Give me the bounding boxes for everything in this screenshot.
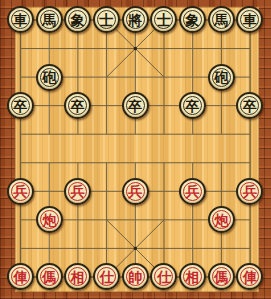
intersection-r4c3[interactable]	[92, 120, 121, 149]
intersection-r3c0[interactable]: 卒	[6, 91, 35, 120]
piece-glyph: 砲	[42, 70, 56, 84]
piece-red-cannon[interactable]: 炮	[208, 206, 235, 233]
piece-black-horse[interactable]: 馬	[36, 6, 63, 33]
intersection-r1c4[interactable]	[121, 34, 150, 63]
intersection-r7c6[interactable]	[178, 206, 207, 235]
intersection-r5c5[interactable]	[150, 148, 179, 177]
intersection-r4c7[interactable]	[207, 120, 236, 149]
piece-red-cannon[interactable]: 炮	[36, 206, 63, 233]
intersection-r1c3[interactable]	[92, 34, 121, 63]
intersection-r2c8[interactable]	[236, 63, 265, 92]
intersection-r4c4[interactable]	[121, 120, 150, 149]
piece-black-chariot[interactable]: 車	[236, 6, 263, 33]
intersection-r9c5[interactable]: 仕	[150, 263, 179, 292]
piece-red-elephant[interactable]: 相	[179, 263, 206, 290]
intersection-r8c1[interactable]	[35, 234, 64, 263]
piece-glyph: 傌	[42, 269, 56, 283]
intersection-r7c7[interactable]: 炮	[207, 206, 236, 235]
piece-glyph: 兵	[71, 184, 85, 198]
piece-red-soldier[interactable]: 兵	[7, 178, 34, 205]
intersection-r8c4[interactable]	[121, 234, 150, 263]
intersection-r0c3[interactable]: 士	[92, 6, 121, 35]
intersection-r1c8[interactable]	[236, 34, 265, 63]
piece-glyph: 士	[100, 12, 114, 26]
piece-black-advisor[interactable]: 士	[93, 6, 120, 33]
piece-black-chariot[interactable]: 車	[7, 6, 34, 33]
piece-glyph: 將	[128, 12, 142, 26]
intersection-r1c1[interactable]	[35, 34, 64, 63]
piece-black-horse[interactable]: 馬	[208, 6, 235, 33]
intersection-r8c7[interactable]	[207, 234, 236, 263]
piece-red-chariot[interactable]: 俥	[7, 263, 34, 290]
intersection-r9c7[interactable]: 傌	[207, 263, 236, 292]
piece-black-soldier[interactable]: 卒	[7, 92, 34, 119]
piece-glyph: 兵	[243, 184, 257, 198]
intersection-r5c3[interactable]	[92, 148, 121, 177]
intersection-r2c3[interactable]	[92, 63, 121, 92]
piece-black-cannon[interactable]: 砲	[36, 64, 63, 91]
piece-glyph: 相	[186, 269, 200, 283]
intersection-r4c8[interactable]	[236, 120, 265, 149]
intersection-r8c5[interactable]	[150, 234, 179, 263]
intersection-r7c5[interactable]	[150, 206, 179, 235]
intersection-r2c2[interactable]	[64, 63, 93, 92]
piece-black-soldier[interactable]: 卒	[122, 92, 149, 119]
piece-glyph: 仕	[100, 269, 114, 283]
piece-glyph: 帥	[128, 269, 142, 283]
piece-black-advisor[interactable]: 士	[150, 6, 177, 33]
intersection-r6c8[interactable]: 兵	[236, 177, 265, 206]
piece-glyph: 砲	[214, 70, 228, 84]
piece-red-horse[interactable]: 傌	[36, 263, 63, 290]
intersection-r8c8[interactable]	[236, 234, 265, 263]
intersection-r6c3[interactable]	[92, 177, 121, 206]
intersection-r3c1[interactable]	[35, 91, 64, 120]
intersection-r0c6[interactable]: 象	[178, 6, 207, 35]
piece-glyph: 相	[71, 269, 85, 283]
intersection-r6c2[interactable]: 兵	[64, 177, 93, 206]
intersection-r7c4[interactable]	[121, 206, 150, 235]
intersection-r8c3[interactable]	[92, 234, 121, 263]
intersection-r2c1[interactable]: 砲	[35, 63, 64, 92]
piece-red-soldier[interactable]: 兵	[122, 178, 149, 205]
piece-glyph: 卒	[186, 98, 200, 112]
intersection-r5c6[interactable]	[178, 148, 207, 177]
piece-glyph: 馬	[42, 12, 56, 26]
intersection-r0c8[interactable]: 車	[236, 6, 265, 35]
piece-glyph: 士	[157, 12, 171, 26]
intersection-r8c0[interactable]	[6, 234, 35, 263]
intersection-r6c6[interactable]: 兵	[178, 177, 207, 206]
piece-red-elephant[interactable]: 相	[64, 263, 91, 290]
intersection-r8c2[interactable]	[64, 234, 93, 263]
piece-black-elephant[interactable]: 象	[64, 6, 91, 33]
piece-glyph: 俥	[13, 269, 27, 283]
intersection-r9c2[interactable]: 相	[64, 263, 93, 292]
intersection-r3c3[interactable]	[92, 91, 121, 120]
intersection-r7c8[interactable]	[236, 206, 265, 235]
intersection-r9c6[interactable]: 相	[178, 263, 207, 292]
intersection-r3c4[interactable]: 卒	[121, 91, 150, 120]
intersection-r8c6[interactable]	[178, 234, 207, 263]
piece-glyph: 卒	[243, 98, 257, 112]
intersection-r4c2[interactable]	[64, 120, 93, 149]
intersection-r1c7[interactable]	[207, 34, 236, 63]
intersection-r2c0[interactable]	[6, 63, 35, 92]
intersection-r6c0[interactable]: 兵	[6, 177, 35, 206]
piece-glyph: 卒	[128, 98, 142, 112]
intersection-r9c8[interactable]: 俥	[236, 263, 265, 292]
intersection-r0c7[interactable]: 馬	[207, 6, 236, 35]
intersection-r5c0[interactable]	[6, 148, 35, 177]
intersection-r7c1[interactable]: 炮	[35, 206, 64, 235]
intersection-r3c8[interactable]: 卒	[236, 91, 265, 120]
piece-red-soldier[interactable]: 兵	[64, 178, 91, 205]
piece-glyph: 象	[186, 12, 200, 26]
piece-black-general[interactable]: 將	[122, 6, 149, 33]
piece-glyph: 卒	[13, 98, 27, 112]
piece-glyph: 卒	[71, 98, 85, 112]
intersection-r0c4[interactable]: 將	[121, 6, 150, 35]
intersection-r2c4[interactable]	[121, 63, 150, 92]
piece-glyph: 仕	[157, 269, 171, 283]
intersection-r6c5[interactable]	[150, 177, 179, 206]
piece-black-soldier[interactable]: 卒	[64, 92, 91, 119]
piece-glyph: 馬	[214, 12, 228, 26]
intersection-r9c3[interactable]: 仕	[92, 263, 121, 292]
piece-glyph: 炮	[214, 212, 228, 226]
piece-red-soldier[interactable]: 兵	[179, 178, 206, 205]
piece-red-advisor[interactable]: 仕	[150, 263, 177, 290]
piece-glyph: 象	[71, 12, 85, 26]
intersection-r7c2[interactable]	[64, 206, 93, 235]
intersection-r5c7[interactable]	[207, 148, 236, 177]
piece-glyph: 炮	[42, 212, 56, 226]
intersection-r1c2[interactable]	[64, 34, 93, 63]
piece-red-advisor[interactable]: 仕	[93, 263, 120, 290]
piece-glyph: 兵	[186, 184, 200, 198]
intersection-r3c2[interactable]: 卒	[64, 91, 93, 120]
intersection-r0c5[interactable]: 士	[150, 6, 179, 35]
intersection-r5c4[interactable]	[121, 148, 150, 177]
piece-black-soldier[interactable]: 卒	[236, 92, 263, 119]
intersection-r3c7[interactable]	[207, 91, 236, 120]
intersection-r4c6[interactable]	[178, 120, 207, 149]
intersection-r4c5[interactable]	[150, 120, 179, 149]
intersection-r6c4[interactable]: 兵	[121, 177, 150, 206]
intersection-r0c2[interactable]: 象	[64, 6, 93, 35]
piece-black-cannon[interactable]: 砲	[208, 64, 235, 91]
intersection-r5c1[interactable]	[35, 148, 64, 177]
intersection-r9c0[interactable]: 俥	[6, 263, 35, 292]
intersection-r5c8[interactable]	[236, 148, 265, 177]
intersection-r9c1[interactable]: 傌	[35, 263, 64, 292]
piece-glyph: 俥	[243, 269, 257, 283]
intersection-r1c6[interactable]	[178, 34, 207, 63]
intersection-r3c5[interactable]	[150, 91, 179, 120]
intersection-r2c6[interactable]	[178, 63, 207, 92]
intersection-r5c2[interactable]	[64, 148, 93, 177]
intersection-r0c1[interactable]: 馬	[35, 6, 64, 35]
intersection-r1c5[interactable]	[150, 34, 179, 63]
intersection-r7c0[interactable]	[6, 206, 35, 235]
piece-glyph: 車	[13, 12, 27, 26]
intersection-r4c0[interactable]	[6, 120, 35, 149]
intersection-r1c0[interactable]	[6, 34, 35, 63]
piece-glyph: 兵	[128, 184, 142, 198]
intersection-r7c3[interactable]	[92, 206, 121, 235]
intersection-r4c1[interactable]	[35, 120, 64, 149]
intersection-r2c5[interactable]	[150, 63, 179, 92]
piece-red-soldier[interactable]: 兵	[236, 178, 263, 205]
piece-red-chariot[interactable]: 俥	[236, 263, 263, 290]
piece-glyph: 傌	[214, 269, 228, 283]
intersection-r2c7[interactable]: 砲	[207, 63, 236, 92]
board-intersections: 車馬象士將士象馬車砲砲卒卒卒卒卒兵兵兵兵兵炮炮俥傌相仕帥仕相傌俥	[6, 6, 264, 291]
intersection-r6c1[interactable]	[35, 177, 64, 206]
intersection-r9c4[interactable]: 帥	[121, 263, 150, 292]
piece-red-general[interactable]: 帥	[122, 263, 149, 290]
piece-black-elephant[interactable]: 象	[179, 6, 206, 33]
piece-glyph: 車	[243, 12, 257, 26]
intersection-r0c0[interactable]: 車	[6, 6, 35, 35]
xiangqi-app: 車馬象士將士象馬車砲砲卒卒卒卒卒兵兵兵兵兵炮炮俥傌相仕帥仕相傌俥	[0, 0, 271, 299]
piece-red-horse[interactable]: 傌	[208, 263, 235, 290]
intersection-r3c6[interactable]: 卒	[178, 91, 207, 120]
intersection-r6c7[interactable]	[207, 177, 236, 206]
piece-black-soldier[interactable]: 卒	[179, 92, 206, 119]
piece-glyph: 兵	[13, 184, 27, 198]
